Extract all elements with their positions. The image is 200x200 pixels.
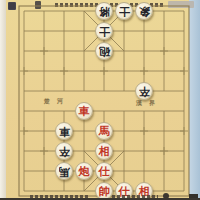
xiangqi-photo: 楚河 漢界 將士象士砲卒車卒馬車馬相炮仕帥仕相 [0, 0, 200, 200]
piece-glyph: 砲 [99, 46, 110, 57]
piece-black-士[interactable]: 士 [95, 22, 113, 40]
piece-glyph: 卒 [139, 86, 150, 97]
river-label-left: 楚河 [44, 97, 70, 106]
piece-red-仕[interactable]: 仕 [95, 162, 113, 180]
piece-red-馬[interactable]: 馬 [95, 122, 113, 140]
piece-black-卒[interactable]: 卒 [55, 142, 73, 160]
piece-black-卒[interactable]: 卒 [135, 82, 153, 100]
piece-black-砲[interactable]: 砲 [95, 42, 113, 60]
river-label-right: 漢界 [136, 99, 162, 108]
piece-glyph: 馬 [99, 126, 110, 137]
photo-bottom-edge [0, 198, 200, 200]
piece-black-車[interactable]: 車 [55, 122, 73, 140]
piece-glyph: 帥 [99, 186, 110, 197]
piece-glyph: 象 [139, 6, 150, 17]
piece-red-車[interactable]: 車 [75, 102, 93, 120]
piece-glyph: 卒 [59, 146, 70, 157]
piece-glyph: 炮 [79, 166, 90, 177]
piece-red-相[interactable]: 相 [95, 142, 113, 160]
piece-glyph: 士 [119, 6, 130, 17]
piece-black-士[interactable]: 士 [115, 2, 133, 20]
piece-glyph: 相 [99, 146, 110, 157]
piece-black-馬[interactable]: 馬 [55, 162, 73, 180]
piece-glyph: 車 [79, 106, 90, 117]
piece-glyph: 車 [59, 126, 70, 137]
piece-red-炮[interactable]: 炮 [75, 162, 93, 180]
piece-glyph: 仕 [99, 166, 110, 177]
piece-glyph: 將 [99, 6, 110, 17]
piece-glyph: 士 [99, 26, 110, 37]
piece-black-將[interactable]: 將 [95, 2, 113, 20]
piece-black-象[interactable]: 象 [135, 2, 153, 20]
piece-glyph: 馬 [59, 166, 70, 177]
